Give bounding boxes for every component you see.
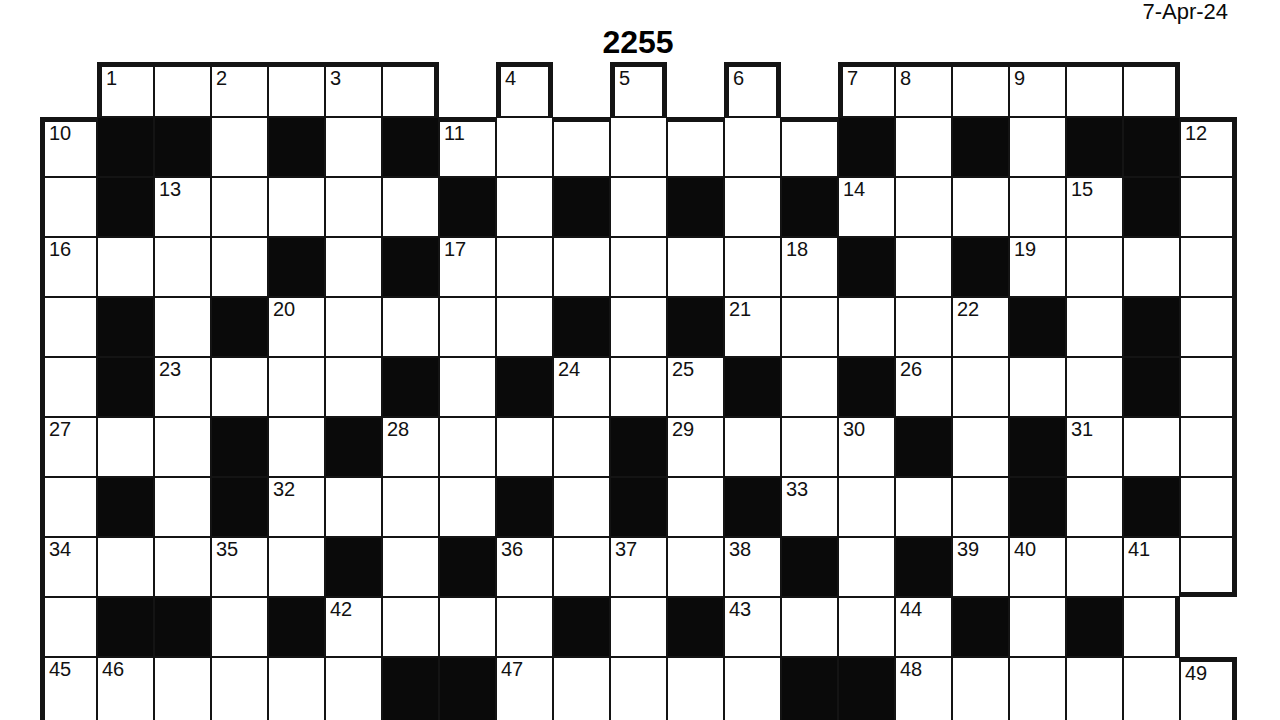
cell-r0c17[interactable]: 9	[1009, 62, 1066, 117]
cell-r0c5[interactable]: 3	[325, 62, 382, 117]
cell-r0c14[interactable]: 7	[838, 62, 895, 117]
cell-r2c17[interactable]	[1009, 177, 1066, 237]
cell-r1c8[interactable]	[496, 117, 553, 177]
cell-r10c10[interactable]	[610, 657, 667, 720]
cell-r4c1	[97, 297, 154, 357]
clue-number-37: 37	[615, 539, 637, 560]
clue-number-48: 48	[900, 659, 922, 680]
cell-r7c16[interactable]	[952, 477, 1009, 537]
cell-r7c2[interactable]	[154, 477, 211, 537]
cell-r2c9	[553, 177, 610, 237]
clue-number-42: 42	[330, 599, 352, 620]
cell-r3c13[interactable]: 18	[781, 237, 838, 297]
cell-r3c10[interactable]	[610, 237, 667, 297]
cell-r10c9[interactable]	[553, 657, 610, 720]
cell-r4c15[interactable]	[895, 297, 952, 357]
cell-r8c8[interactable]: 36	[496, 537, 553, 597]
cell-r4c19	[1123, 297, 1180, 357]
clue-number-2: 2	[216, 68, 227, 89]
clue-number-17: 17	[444, 239, 466, 260]
cell-r2c19	[1123, 177, 1180, 237]
cell-r2c15[interactable]	[895, 177, 952, 237]
clue-number-30: 30	[843, 419, 865, 440]
cell-r5c13[interactable]	[781, 357, 838, 417]
cell-r1c2	[154, 117, 211, 177]
cell-r4c17	[1009, 297, 1066, 357]
clue-number-31: 31	[1071, 419, 1093, 440]
cell-r10c14	[838, 657, 895, 720]
cell-r5c9[interactable]: 24	[553, 357, 610, 417]
clue-number-47: 47	[501, 659, 523, 680]
cell-r1c16	[952, 117, 1009, 177]
cell-r6c9[interactable]	[553, 417, 610, 477]
cell-r5c0[interactable]	[40, 357, 97, 417]
cell-r3c7[interactable]: 17	[439, 237, 496, 297]
cell-r2c4[interactable]	[268, 177, 325, 237]
cell-r2c13	[781, 177, 838, 237]
clue-number-36: 36	[501, 539, 523, 560]
cell-r8c0[interactable]: 34	[40, 537, 97, 597]
cell-r2c8[interactable]	[496, 177, 553, 237]
cell-r10c4[interactable]	[268, 657, 325, 720]
date-label: 7-Apr-24	[1142, 0, 1228, 24]
clue-number-7: 7	[847, 68, 858, 89]
cell-r6c16[interactable]	[952, 417, 1009, 477]
clue-number-20: 20	[273, 299, 295, 320]
cell-r9c14[interactable]	[838, 597, 895, 657]
puzzle-number: 2255	[0, 26, 1276, 58]
cell-r2c12[interactable]	[724, 177, 781, 237]
cell-r9c6[interactable]	[382, 597, 439, 657]
cell-r1c14	[838, 117, 895, 177]
cell-r3c15[interactable]	[895, 237, 952, 297]
cell-r7c15[interactable]	[895, 477, 952, 537]
cell-r10c0[interactable]: 45	[40, 657, 97, 720]
clue-number-11: 11	[444, 123, 465, 144]
cell-r4c3	[211, 297, 268, 357]
cell-r6c11[interactable]: 29	[667, 417, 724, 477]
cell-r10c15[interactable]: 48	[895, 657, 952, 720]
cell-r1c7[interactable]: 11	[439, 117, 496, 177]
cell-r7c13[interactable]: 33	[781, 477, 838, 537]
cell-r2c5[interactable]	[325, 177, 382, 237]
cell-r6c8[interactable]	[496, 417, 553, 477]
cell-r9c13[interactable]	[781, 597, 838, 657]
cell-r4c10[interactable]	[610, 297, 667, 357]
cell-r2c3[interactable]	[211, 177, 268, 237]
cell-r8c17[interactable]: 40	[1009, 537, 1066, 597]
cell-r5c17[interactable]	[1009, 357, 1066, 417]
cell-r1c4	[268, 117, 325, 177]
cell-r9c15[interactable]: 44	[895, 597, 952, 657]
clue-number-14: 14	[843, 179, 865, 200]
clue-number-45: 45	[49, 659, 71, 680]
clue-number-44: 44	[900, 599, 922, 620]
cell-r0c12[interactable]: 6	[724, 62, 781, 117]
cell-r8c16[interactable]: 39	[952, 537, 1009, 597]
cell-r7c20[interactable]	[1180, 477, 1237, 537]
cell-r5c6	[382, 357, 439, 417]
clue-number-5: 5	[619, 68, 630, 89]
cell-r4c6[interactable]	[382, 297, 439, 357]
cell-r1c5[interactable]	[325, 117, 382, 177]
clue-number-13: 13	[159, 179, 181, 200]
cell-r7c8	[496, 477, 553, 537]
cell-r1c9[interactable]	[553, 117, 610, 177]
cell-r8c7	[439, 537, 496, 597]
clue-number-9: 9	[1014, 68, 1025, 89]
cell-r4c20[interactable]	[1180, 297, 1237, 357]
cell-r2c18[interactable]: 15	[1066, 177, 1123, 237]
clue-number-40: 40	[1014, 539, 1036, 560]
cell-r1c13[interactable]	[781, 117, 838, 177]
clue-number-1: 1	[106, 68, 117, 89]
cell-r3c9[interactable]	[553, 237, 610, 297]
cell-r0c8[interactable]: 4	[496, 62, 553, 117]
cell-r3c18[interactable]	[1066, 237, 1123, 297]
cell-r6c6[interactable]: 28	[382, 417, 439, 477]
cell-r6c20[interactable]	[1180, 417, 1237, 477]
cell-r8c1[interactable]	[97, 537, 154, 597]
cell-r4c12[interactable]: 21	[724, 297, 781, 357]
cell-r0c3[interactable]: 2	[211, 62, 268, 117]
cell-r0c2[interactable]	[154, 62, 211, 117]
cell-r4c0[interactable]	[40, 297, 97, 357]
clue-number-26: 26	[900, 359, 922, 380]
cell-r2c6[interactable]	[382, 177, 439, 237]
cell-r6c1[interactable]	[97, 417, 154, 477]
cell-r7c17	[1009, 477, 1066, 537]
cell-r6c14[interactable]: 30	[838, 417, 895, 477]
cell-r8c5	[325, 537, 382, 597]
clue-number-41: 41	[1128, 539, 1150, 560]
cell-r3c17[interactable]: 19	[1009, 237, 1066, 297]
cell-r0c4[interactable]	[268, 62, 325, 117]
cell-r10c12[interactable]	[724, 657, 781, 720]
clue-number-43: 43	[729, 599, 751, 620]
cell-r2c7	[439, 177, 496, 237]
clue-number-38: 38	[729, 539, 751, 560]
cell-r6c5	[325, 417, 382, 477]
cell-r5c2[interactable]: 23	[154, 357, 211, 417]
cell-r1c12[interactable]	[724, 117, 781, 177]
cell-r4c8[interactable]	[496, 297, 553, 357]
cell-r10c16[interactable]	[952, 657, 1009, 720]
cell-r1c19	[1123, 117, 1180, 177]
cell-r2c20[interactable]	[1180, 177, 1237, 237]
cell-r9c2	[154, 597, 211, 657]
cell-r10c19[interactable]	[1123, 657, 1180, 720]
cell-r4c18[interactable]	[1066, 297, 1123, 357]
cell-r3c19[interactable]	[1123, 237, 1180, 297]
cell-r8c9[interactable]	[553, 537, 610, 597]
cell-r8c14[interactable]	[838, 537, 895, 597]
clue-number-16: 16	[49, 239, 71, 260]
cell-r6c7[interactable]	[439, 417, 496, 477]
cell-r1c10[interactable]	[610, 117, 667, 177]
cell-r4c13[interactable]	[781, 297, 838, 357]
cell-r9c5[interactable]: 42	[325, 597, 382, 657]
cell-r10c6	[382, 657, 439, 720]
cell-r7c4[interactable]: 32	[268, 477, 325, 537]
clue-number-12: 12	[1185, 123, 1207, 144]
cell-r1c1	[97, 117, 154, 177]
cell-r6c13[interactable]	[781, 417, 838, 477]
cell-r2c1	[97, 177, 154, 237]
cell-r5c11[interactable]: 25	[667, 357, 724, 417]
cell-r1c0[interactable]: 10	[40, 117, 97, 177]
cell-r8c6[interactable]	[382, 537, 439, 597]
clue-number-22: 22	[957, 299, 979, 320]
cell-r5c4[interactable]	[268, 357, 325, 417]
cell-r3c2[interactable]	[154, 237, 211, 297]
cell-r10c7	[439, 657, 496, 720]
cell-r5c7[interactable]	[439, 357, 496, 417]
cell-r5c12	[724, 357, 781, 417]
cell-r5c5[interactable]	[325, 357, 382, 417]
cell-r9c12[interactable]: 43	[724, 597, 781, 657]
cell-r7c7[interactable]	[439, 477, 496, 537]
clue-number-49: 49	[1185, 663, 1207, 684]
cell-r5c14	[838, 357, 895, 417]
cell-r1c15[interactable]	[895, 117, 952, 177]
cell-r9c18	[1066, 597, 1123, 657]
cell-r0c6[interactable]	[382, 62, 439, 117]
cell-r5c20[interactable]	[1180, 357, 1237, 417]
cell-r7c0[interactable]	[40, 477, 97, 537]
cell-r5c15[interactable]: 26	[895, 357, 952, 417]
cell-r4c14[interactable]	[838, 297, 895, 357]
cell-r8c19[interactable]: 41	[1123, 537, 1180, 597]
cell-r10c13	[781, 657, 838, 720]
cell-r8c20[interactable]	[1180, 537, 1237, 597]
clue-number-15: 15	[1071, 179, 1093, 200]
clue-number-19: 19	[1014, 239, 1036, 260]
cell-r3c14	[838, 237, 895, 297]
clue-number-32: 32	[273, 479, 295, 500]
cell-r8c10[interactable]: 37	[610, 537, 667, 597]
cell-r3c6	[382, 237, 439, 297]
cell-r5c1	[97, 357, 154, 417]
clue-number-23: 23	[159, 359, 181, 380]
cell-r3c0[interactable]: 16	[40, 237, 97, 297]
clue-number-21: 21	[729, 299, 751, 320]
cell-r6c12[interactable]	[724, 417, 781, 477]
cell-r6c2[interactable]	[154, 417, 211, 477]
cell-r6c18[interactable]: 31	[1066, 417, 1123, 477]
cell-r4c16[interactable]: 22	[952, 297, 1009, 357]
clue-number-39: 39	[957, 539, 979, 560]
cell-r9c19[interactable]	[1123, 597, 1180, 657]
cell-r7c5[interactable]	[325, 477, 382, 537]
cell-r4c11	[667, 297, 724, 357]
cell-r0c1[interactable]: 1	[97, 62, 154, 117]
cell-r10c1[interactable]: 46	[97, 657, 154, 720]
cell-r9c8[interactable]	[496, 597, 553, 657]
cell-r7c6[interactable]	[382, 477, 439, 537]
cell-r8c18[interactable]	[1066, 537, 1123, 597]
clue-number-35: 35	[216, 539, 238, 560]
cell-r9c4	[268, 597, 325, 657]
cell-r10c8[interactable]: 47	[496, 657, 553, 720]
cell-r1c3[interactable]	[211, 117, 268, 177]
cell-r7c19	[1123, 477, 1180, 537]
cell-r6c0[interactable]: 27	[40, 417, 97, 477]
clue-number-10: 10	[49, 123, 71, 144]
cell-r10c3[interactable]	[211, 657, 268, 720]
cell-r10c17[interactable]	[1009, 657, 1066, 720]
cell-r3c3[interactable]	[211, 237, 268, 297]
cell-r7c12	[724, 477, 781, 537]
cell-r8c3[interactable]: 35	[211, 537, 268, 597]
clue-number-29: 29	[672, 419, 694, 440]
cell-r3c12[interactable]	[724, 237, 781, 297]
cell-r8c13	[781, 537, 838, 597]
cell-r8c4[interactable]	[268, 537, 325, 597]
cell-r4c4[interactable]: 20	[268, 297, 325, 357]
crossword-grid: 1234567891011121314151617181920212223242…	[40, 62, 1237, 720]
cell-r6c19[interactable]	[1123, 417, 1180, 477]
cell-r6c15	[895, 417, 952, 477]
cell-r0c16[interactable]	[952, 62, 1009, 117]
cell-r1c17[interactable]	[1009, 117, 1066, 177]
cell-r7c11[interactable]	[667, 477, 724, 537]
cell-r1c11[interactable]	[667, 117, 724, 177]
cell-r3c11[interactable]	[667, 237, 724, 297]
cell-r2c11	[667, 177, 724, 237]
cell-r8c15	[895, 537, 952, 597]
cell-r5c18[interactable]	[1066, 357, 1123, 417]
clue-number-4: 4	[505, 68, 516, 89]
cell-r0c19[interactable]	[1123, 62, 1180, 117]
cell-r3c16	[952, 237, 1009, 297]
clue-number-46: 46	[102, 659, 124, 680]
cell-r9c9	[553, 597, 610, 657]
cell-r9c1	[97, 597, 154, 657]
clue-number-18: 18	[786, 239, 808, 260]
cell-r8c12[interactable]: 38	[724, 537, 781, 597]
cell-r7c3	[211, 477, 268, 537]
clue-number-8: 8	[900, 68, 911, 89]
cell-r5c3[interactable]	[211, 357, 268, 417]
cell-r5c10[interactable]	[610, 357, 667, 417]
clue-number-6: 6	[733, 68, 744, 89]
cell-r5c19	[1123, 357, 1180, 417]
clue-number-25: 25	[672, 359, 694, 380]
cell-r2c14[interactable]: 14	[838, 177, 895, 237]
cell-r10c2[interactable]	[154, 657, 211, 720]
cell-r0c18[interactable]	[1066, 62, 1123, 117]
cell-r3c8[interactable]	[496, 237, 553, 297]
cell-r7c14[interactable]	[838, 477, 895, 537]
cell-r10c18[interactable]	[1066, 657, 1123, 720]
cell-r4c2[interactable]	[154, 297, 211, 357]
cell-r2c10[interactable]	[610, 177, 667, 237]
clue-number-28: 28	[387, 419, 409, 440]
cell-r6c10	[610, 417, 667, 477]
clue-number-3: 3	[330, 68, 341, 89]
cell-r2c16[interactable]	[952, 177, 1009, 237]
cell-r6c17	[1009, 417, 1066, 477]
clue-number-24: 24	[558, 359, 580, 380]
cell-r9c16	[952, 597, 1009, 657]
cell-r9c3[interactable]	[211, 597, 268, 657]
clue-number-33: 33	[786, 479, 808, 500]
cell-r8c11[interactable]	[667, 537, 724, 597]
clue-number-27: 27	[49, 419, 71, 440]
cell-r5c8	[496, 357, 553, 417]
cell-r2c2[interactable]: 13	[154, 177, 211, 237]
cell-r6c4[interactable]	[268, 417, 325, 477]
cell-r9c11	[667, 597, 724, 657]
cell-r4c5[interactable]	[325, 297, 382, 357]
cell-r3c1[interactable]	[97, 237, 154, 297]
cell-r4c7[interactable]	[439, 297, 496, 357]
cell-r4c9	[553, 297, 610, 357]
cell-r6c3	[211, 417, 268, 477]
cell-r1c20[interactable]: 12	[1180, 117, 1237, 177]
cell-r5c16[interactable]	[952, 357, 1009, 417]
cell-r9c17[interactable]	[1009, 597, 1066, 657]
cell-r1c18	[1066, 117, 1123, 177]
cell-r9c10[interactable]	[610, 597, 667, 657]
cell-r7c10	[610, 477, 667, 537]
cell-r3c20[interactable]	[1180, 237, 1237, 297]
cell-r0c10[interactable]: 5	[610, 62, 667, 117]
cell-r7c18[interactable]	[1066, 477, 1123, 537]
clue-number-34: 34	[49, 539, 71, 560]
cell-r8c2[interactable]	[154, 537, 211, 597]
cell-r1c6	[382, 117, 439, 177]
cell-r10c11[interactable]	[667, 657, 724, 720]
cell-r3c4	[268, 237, 325, 297]
cell-r10c5[interactable]	[325, 657, 382, 720]
cell-r3c5[interactable]	[325, 237, 382, 297]
cell-r10c20[interactable]: 49	[1180, 657, 1237, 720]
cell-r7c1	[97, 477, 154, 537]
cell-r7c9[interactable]	[553, 477, 610, 537]
cell-r2c0[interactable]	[40, 177, 97, 237]
cell-r9c7[interactable]	[439, 597, 496, 657]
cell-r9c0[interactable]	[40, 597, 97, 657]
cell-r0c15[interactable]: 8	[895, 62, 952, 117]
